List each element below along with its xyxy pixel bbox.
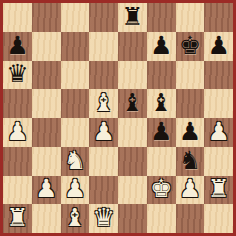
square-g2[interactable]: ♟ (176, 176, 205, 205)
square-g3[interactable]: ♞ (176, 147, 205, 176)
square-d8[interactable] (89, 3, 118, 32)
square-e3[interactable] (118, 147, 147, 176)
square-e2[interactable] (118, 176, 147, 205)
square-g1[interactable] (176, 204, 205, 233)
black-king: ♚ (179, 33, 201, 58)
square-b2[interactable]: ♟ (32, 176, 61, 205)
white-pawn: ♟ (64, 176, 86, 201)
square-c4[interactable] (61, 118, 90, 147)
white-rook: ♜ (6, 205, 28, 230)
chess-board-frame: ♜♟♟♚♟♛♝♝♝♟♟♟♟♟♞♞♟♟♚♟♜♜♝♛ (0, 0, 236, 236)
square-c3[interactable]: ♞ (61, 147, 90, 176)
square-f3[interactable] (147, 147, 176, 176)
square-b8[interactable] (32, 3, 61, 32)
square-a3[interactable] (3, 147, 32, 176)
square-g5[interactable] (176, 89, 205, 118)
square-a6[interactable]: ♛ (3, 61, 32, 90)
square-h6[interactable] (204, 61, 233, 90)
square-h3[interactable] (204, 147, 233, 176)
black-pawn: ♟ (150, 119, 172, 144)
square-a2[interactable] (3, 176, 32, 205)
square-c6[interactable] (61, 61, 90, 90)
square-b7[interactable] (32, 32, 61, 61)
square-h5[interactable] (204, 89, 233, 118)
black-pawn: ♟ (150, 33, 172, 58)
square-a1[interactable]: ♜ (3, 204, 32, 233)
square-d5[interactable]: ♝ (89, 89, 118, 118)
white-bishop: ♝ (92, 90, 114, 115)
square-h8[interactable] (204, 3, 233, 32)
square-b1[interactable] (32, 204, 61, 233)
square-d1[interactable]: ♛ (89, 204, 118, 233)
square-c8[interactable] (61, 3, 90, 32)
square-d2[interactable] (89, 176, 118, 205)
black-bishop: ♝ (150, 90, 172, 115)
white-king: ♚ (150, 176, 172, 201)
white-queen: ♛ (92, 205, 114, 230)
square-g4[interactable]: ♟ (176, 118, 205, 147)
square-c2[interactable]: ♟ (61, 176, 90, 205)
black-bishop: ♝ (121, 90, 143, 115)
square-a5[interactable] (3, 89, 32, 118)
square-e6[interactable] (118, 61, 147, 90)
square-f4[interactable]: ♟ (147, 118, 176, 147)
white-pawn: ♟ (35, 176, 57, 201)
white-pawn: ♟ (179, 176, 201, 201)
square-e5[interactable]: ♝ (118, 89, 147, 118)
black-rook: ♜ (121, 4, 143, 29)
square-g8[interactable] (176, 3, 205, 32)
square-f6[interactable] (147, 61, 176, 90)
white-pawn: ♟ (6, 119, 28, 144)
white-pawn: ♟ (207, 119, 229, 144)
square-f8[interactable] (147, 3, 176, 32)
square-h7[interactable]: ♟ (204, 32, 233, 61)
square-b4[interactable] (32, 118, 61, 147)
chess-board: ♜♟♟♚♟♛♝♝♝♟♟♟♟♟♞♞♟♟♚♟♜♜♝♛ (3, 3, 233, 233)
square-c5[interactable] (61, 89, 90, 118)
white-pawn: ♟ (92, 119, 114, 144)
black-queen: ♛ (6, 61, 28, 86)
square-a7[interactable]: ♟ (3, 32, 32, 61)
square-a4[interactable]: ♟ (3, 118, 32, 147)
square-d4[interactable]: ♟ (89, 118, 118, 147)
square-b5[interactable] (32, 89, 61, 118)
white-bishop: ♝ (64, 205, 86, 230)
square-d7[interactable] (89, 32, 118, 61)
square-f1[interactable] (147, 204, 176, 233)
square-e4[interactable] (118, 118, 147, 147)
square-e8[interactable]: ♜ (118, 3, 147, 32)
square-f2[interactable]: ♚ (147, 176, 176, 205)
square-e1[interactable] (118, 204, 147, 233)
square-c7[interactable] (61, 32, 90, 61)
square-f5[interactable]: ♝ (147, 89, 176, 118)
square-d6[interactable] (89, 61, 118, 90)
black-pawn: ♟ (179, 119, 201, 144)
square-h2[interactable]: ♜ (204, 176, 233, 205)
square-e7[interactable] (118, 32, 147, 61)
black-pawn: ♟ (6, 33, 28, 58)
square-h1[interactable] (204, 204, 233, 233)
square-a8[interactable] (3, 3, 32, 32)
black-pawn: ♟ (207, 33, 229, 58)
square-b3[interactable] (32, 147, 61, 176)
square-h4[interactable]: ♟ (204, 118, 233, 147)
square-f7[interactable]: ♟ (147, 32, 176, 61)
square-d3[interactable] (89, 147, 118, 176)
square-g7[interactable]: ♚ (176, 32, 205, 61)
black-knight: ♞ (179, 148, 201, 173)
square-g6[interactable] (176, 61, 205, 90)
square-c1[interactable]: ♝ (61, 204, 90, 233)
white-rook: ♜ (207, 176, 229, 201)
white-knight: ♞ (64, 148, 86, 173)
square-b6[interactable] (32, 61, 61, 90)
